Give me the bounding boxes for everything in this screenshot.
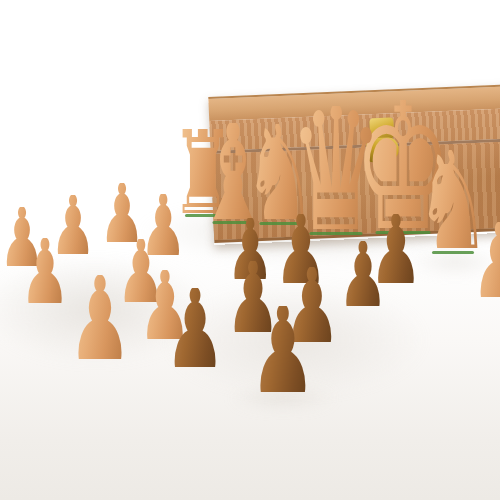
piece-light-pawn-5: ♟ (20, 238, 70, 306)
piece-dark-pawn-8: ♟ (249, 306, 316, 397)
piece-dark-pawn-6: ♟ (338, 241, 388, 309)
piece-dark-pawn-7: ♟ (164, 288, 225, 371)
chess-set-photo: ♜♝♞♛♚♞♟♟♟♟♟♟♟♟♟♟♟♟♟♟♟♟♟ (0, 0, 500, 500)
piece-light-pawn-7: ♟ (68, 275, 132, 362)
piece-light-pawn-9-partial: ♟ (471, 222, 500, 300)
